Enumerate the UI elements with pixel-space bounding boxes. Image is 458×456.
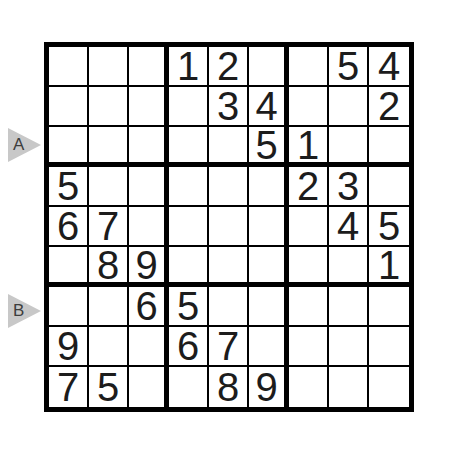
cell-r5c1[interactable]: 6 xyxy=(49,207,89,247)
cell-r5c8[interactable]: 4 xyxy=(329,207,369,247)
cell-r7c2[interactable] xyxy=(89,287,129,327)
cell-r9c8[interactable] xyxy=(329,367,369,407)
cell-r8c6[interactable] xyxy=(249,327,289,367)
cell-r7c5[interactable] xyxy=(209,287,249,327)
cell-r6c6[interactable] xyxy=(249,247,289,287)
cell-r9c5[interactable]: 8 xyxy=(209,367,249,407)
cell-r3c8[interactable] xyxy=(329,127,369,167)
cell-r4c1[interactable]: 5 xyxy=(49,167,89,207)
cell-r3c4[interactable] xyxy=(169,127,209,167)
sudoku-board: 1254342515236745891659677589 xyxy=(44,42,414,412)
cell-r5c6[interactable] xyxy=(249,207,289,247)
cell-r1c5[interactable]: 2 xyxy=(209,47,249,87)
cell-r4c3[interactable] xyxy=(129,167,169,207)
cell-r2c9[interactable]: 2 xyxy=(369,87,409,127)
cell-r7c9[interactable] xyxy=(369,287,409,327)
cell-r7c4[interactable]: 5 xyxy=(169,287,209,327)
cell-r6c7[interactable] xyxy=(289,247,329,287)
cell-r7c3[interactable]: 6 xyxy=(129,287,169,327)
cell-r4c8[interactable]: 3 xyxy=(329,167,369,207)
cell-r8c9[interactable] xyxy=(369,327,409,367)
cell-r8c2[interactable] xyxy=(89,327,129,367)
cell-r7c1[interactable] xyxy=(49,287,89,327)
row-marker-a: A xyxy=(8,128,41,162)
cell-r1c2[interactable] xyxy=(89,47,129,87)
cell-r5c9[interactable]: 5 xyxy=(369,207,409,247)
cell-r8c3[interactable] xyxy=(129,327,169,367)
cell-r3c1[interactable] xyxy=(49,127,89,167)
cell-r1c6[interactable] xyxy=(249,47,289,87)
cell-r3c5[interactable] xyxy=(209,127,249,167)
cell-r4c7[interactable]: 2 xyxy=(289,167,329,207)
cell-r7c8[interactable] xyxy=(329,287,369,327)
cell-r3c7[interactable]: 1 xyxy=(289,127,329,167)
cell-r4c4[interactable] xyxy=(169,167,209,207)
cell-r9c2[interactable]: 5 xyxy=(89,367,129,407)
cell-r2c5[interactable]: 3 xyxy=(209,87,249,127)
cell-r6c1[interactable] xyxy=(49,247,89,287)
cell-r3c2[interactable] xyxy=(89,127,129,167)
cell-r5c5[interactable] xyxy=(209,207,249,247)
cell-r1c7[interactable] xyxy=(289,47,329,87)
cell-r5c4[interactable] xyxy=(169,207,209,247)
cell-r1c9[interactable]: 4 xyxy=(369,47,409,87)
cell-r5c3[interactable] xyxy=(129,207,169,247)
cell-r3c6[interactable]: 5 xyxy=(249,127,289,167)
cell-r8c7[interactable] xyxy=(289,327,329,367)
cell-r4c2[interactable] xyxy=(89,167,129,207)
cell-r9c9[interactable] xyxy=(369,367,409,407)
cell-r2c1[interactable] xyxy=(49,87,89,127)
cell-r6c2[interactable]: 8 xyxy=(89,247,129,287)
sudoku-puzzle-page: { "game": "sudoku", "board": { "size": 9… xyxy=(0,0,458,456)
cell-r9c7[interactable] xyxy=(289,367,329,407)
cell-r1c8[interactable]: 5 xyxy=(329,47,369,87)
marker-label: B xyxy=(13,301,24,321)
cell-r9c3[interactable] xyxy=(129,367,169,407)
cell-r2c4[interactable] xyxy=(169,87,209,127)
cell-r8c8[interactable] xyxy=(329,327,369,367)
cell-r4c5[interactable] xyxy=(209,167,249,207)
cell-r4c9[interactable] xyxy=(369,167,409,207)
cell-r6c8[interactable] xyxy=(329,247,369,287)
cell-r7c6[interactable] xyxy=(249,287,289,327)
cell-r8c5[interactable]: 7 xyxy=(209,327,249,367)
cell-r2c2[interactable] xyxy=(89,87,129,127)
cell-r9c1[interactable]: 7 xyxy=(49,367,89,407)
marker-label: A xyxy=(13,135,24,155)
row-marker-b: B xyxy=(8,294,41,328)
cell-r8c1[interactable]: 9 xyxy=(49,327,89,367)
cell-r5c7[interactable] xyxy=(289,207,329,247)
cell-r1c3[interactable] xyxy=(129,47,169,87)
cell-r9c4[interactable] xyxy=(169,367,209,407)
cell-r9c6[interactable]: 9 xyxy=(249,367,289,407)
cell-r1c1[interactable] xyxy=(49,47,89,87)
cell-r2c6[interactable]: 4 xyxy=(249,87,289,127)
cell-r4c6[interactable] xyxy=(249,167,289,207)
cell-r8c4[interactable]: 6 xyxy=(169,327,209,367)
cell-r6c5[interactable] xyxy=(209,247,249,287)
cell-r5c2[interactable]: 7 xyxy=(89,207,129,247)
cell-r6c9[interactable]: 1 xyxy=(369,247,409,287)
cell-r1c4[interactable]: 1 xyxy=(169,47,209,87)
cell-r2c3[interactable] xyxy=(129,87,169,127)
cell-r7c7[interactable] xyxy=(289,287,329,327)
cell-r3c9[interactable] xyxy=(369,127,409,167)
cell-r2c7[interactable] xyxy=(289,87,329,127)
cell-r6c4[interactable] xyxy=(169,247,209,287)
cell-r3c3[interactable] xyxy=(129,127,169,167)
cell-r2c8[interactable] xyxy=(329,87,369,127)
cell-r6c3[interactable]: 9 xyxy=(129,247,169,287)
